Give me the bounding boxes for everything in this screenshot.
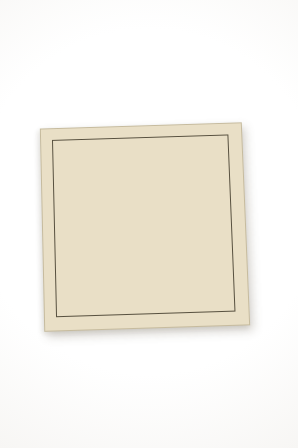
chessboard: [40, 122, 250, 332]
board-frame: [40, 122, 250, 332]
board-grid: [53, 135, 234, 316]
product-photo-background: [0, 0, 298, 448]
